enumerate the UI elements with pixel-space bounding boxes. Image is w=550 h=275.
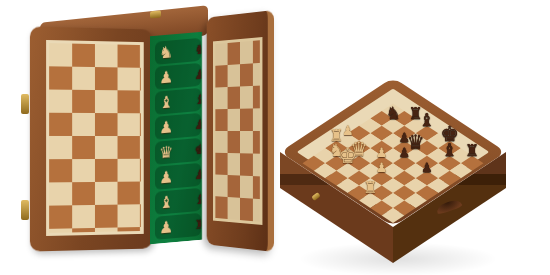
brass-hinge: [21, 94, 29, 114]
brass-hinge: [21, 200, 29, 220]
green-felt-piece-storage: ♞♞♟♟♝♝♟♟♛♚♟♟♝♝♟♜: [150, 32, 202, 245]
stored-white-bishop: ♝: [159, 194, 173, 211]
stored-black-knight: ♞: [194, 42, 201, 56]
stored-black-pawn: ♟: [194, 167, 201, 181]
stored-black-bishop: ♝: [194, 92, 201, 106]
stored-white-queen: ♛: [159, 144, 173, 161]
felt-slot-row: ♟♜: [155, 213, 201, 240]
closed-chess-box: ♜♞♝♟♚♟♜♛♜♝♟♟♛♞♚♟♟♜: [268, 52, 543, 274]
felt-slot-row: ♝♝: [155, 188, 201, 215]
stored-white-pawn: ♟: [159, 69, 173, 86]
stored-black-pawn: ♟: [194, 117, 201, 131]
half-checkerboard-outer-face: [46, 40, 144, 236]
box-back-panel: [30, 26, 152, 251]
half-checkerboard-door-face: [213, 37, 262, 225]
stored-black-king: ♚: [194, 142, 201, 156]
stored-black-pawn: ♟: [194, 67, 201, 81]
stored-white-pawn: ♟: [159, 119, 173, 136]
felt-slot-row: ♝♝: [155, 88, 201, 115]
stored-white-knight: ♞: [159, 44, 173, 61]
stored-black-bishop: ♝: [194, 192, 201, 206]
stored-black-rook: ♜: [194, 217, 201, 231]
felt-slot-row: ♟♟: [155, 113, 201, 140]
box-door-panel: [207, 10, 274, 252]
chess-board: [319, 103, 466, 200]
stored-white-pawn: ♟: [159, 219, 173, 236]
brass-clasp: [150, 10, 161, 18]
stored-white-bishop: ♝: [159, 94, 173, 111]
felt-slot-row: ♛♚: [155, 138, 201, 165]
felt-slot-row: ♟♟: [155, 63, 201, 90]
felt-slot-row: ♞♞: [155, 38, 201, 65]
open-chess-box: ♞♞♟♟♝♝♟♟♛♚♟♟♝♝♟♜: [18, 2, 273, 262]
stored-white-pawn: ♟: [159, 169, 173, 186]
felt-slot-row: ♟♟: [155, 163, 201, 190]
